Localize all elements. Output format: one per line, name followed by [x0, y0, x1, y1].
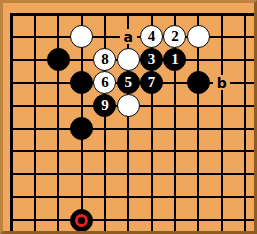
stone-white: [117, 94, 140, 117]
move-number: 8: [101, 52, 109, 67]
stone-white-2: 2: [163, 25, 186, 48]
stone-black: [70, 117, 93, 140]
stone-white: [70, 25, 93, 48]
grid-line-vertical: [221, 13, 223, 232]
stone-black: [47, 48, 70, 71]
point-label-b: b: [213, 75, 230, 90]
stone-white: [187, 25, 210, 48]
stone-black: [187, 71, 210, 94]
move-number: 5: [125, 75, 133, 90]
stone-white: [117, 48, 140, 71]
stone-white-6: 6: [93, 71, 116, 94]
move-number: 3: [148, 52, 156, 67]
move-number: 6: [101, 75, 109, 90]
point-label-a: a: [120, 29, 137, 44]
grid-line-vertical: [57, 13, 59, 232]
stone-white-4: 4: [140, 25, 163, 48]
grid-line-horizontal: [10, 128, 254, 130]
move-number: 9: [101, 98, 109, 113]
move-number: 7: [148, 75, 156, 90]
go-board-grid: ab428316579: [3, 3, 254, 231]
grid-line-horizontal: [10, 219, 254, 221]
go-board: ab428316579: [0, 0, 257, 234]
red-circle-marker: [75, 214, 88, 227]
stone-black-5: 5: [117, 71, 140, 94]
grid-line-vertical: [244, 13, 246, 232]
stone-black-3: 3: [140, 48, 163, 71]
stone-black-7: 7: [140, 71, 163, 94]
move-number: 4: [148, 29, 156, 44]
grid-line-vertical: [127, 13, 129, 232]
move-number: 2: [171, 29, 179, 44]
grid-line-horizontal: [10, 173, 254, 175]
grid-line-horizontal: [10, 150, 254, 152]
stone-black-9: 9: [93, 94, 116, 117]
grid-line-vertical: [34, 13, 36, 232]
board-edge-line-left: [10, 13, 13, 232]
stone-black-1: 1: [163, 48, 186, 71]
move-number: 1: [171, 52, 179, 67]
stone-black: [70, 71, 93, 94]
grid-line-vertical: [104, 13, 106, 232]
grid-line-horizontal: [10, 196, 254, 198]
board-edge-line-top: [10, 13, 254, 16]
stone-white-8: 8: [93, 48, 116, 71]
